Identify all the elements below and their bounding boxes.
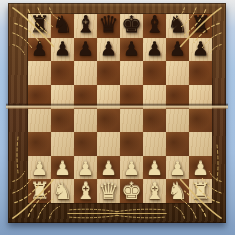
square-a7[interactable]: ♟ <box>28 38 51 62</box>
white-rook[interactable]: ♜ <box>29 180 50 203</box>
square-c6[interactable] <box>74 61 97 85</box>
square-g6[interactable] <box>166 61 189 85</box>
square-g7[interactable]: ♟ <box>166 38 189 62</box>
white-bishop[interactable]: ♝ <box>144 180 165 203</box>
square-h6[interactable] <box>189 61 212 85</box>
square-b1[interactable]: ♞ <box>51 179 74 203</box>
square-a3[interactable] <box>28 132 51 156</box>
square-h2[interactable]: ♟ <box>189 156 212 180</box>
square-g3[interactable] <box>166 132 189 156</box>
square-d4[interactable] <box>97 109 120 133</box>
black-pawn[interactable]: ♟ <box>192 39 209 58</box>
square-f2[interactable]: ♟ <box>143 156 166 180</box>
white-knight[interactable]: ♞ <box>167 180 188 203</box>
white-queen[interactable]: ♛ <box>98 180 119 203</box>
square-d1[interactable]: ♛ <box>97 179 120 203</box>
white-bishop[interactable]: ♝ <box>75 180 96 203</box>
square-h4[interactable] <box>189 109 212 133</box>
square-e8[interactable]: ♚ <box>120 14 143 38</box>
square-b6[interactable] <box>51 61 74 85</box>
white-rook[interactable]: ♜ <box>190 180 211 203</box>
square-e6[interactable] <box>120 61 143 85</box>
square-g2[interactable]: ♟ <box>166 156 189 180</box>
square-c2[interactable]: ♟ <box>74 156 97 180</box>
photo-scene: ♜♞♝♛♚♝♞♜♟♟♟♟♟♟♟♟♟♟♟♟♟♟♟♟♜♞♝♛♚♝♞♜ <box>0 0 235 235</box>
square-b7[interactable]: ♟ <box>51 38 74 62</box>
square-g8[interactable]: ♞ <box>166 14 189 38</box>
black-bishop[interactable]: ♝ <box>144 13 165 36</box>
chess-board: ♜♞♝♛♚♝♞♜♟♟♟♟♟♟♟♟♟♟♟♟♟♟♟♟♜♞♝♛♚♝♞♜ <box>8 3 226 223</box>
square-h3[interactable] <box>189 132 212 156</box>
black-pawn[interactable]: ♟ <box>169 39 186 58</box>
square-d2[interactable]: ♟ <box>97 156 120 180</box>
square-f6[interactable] <box>143 61 166 85</box>
white-pawn[interactable]: ♟ <box>192 159 209 178</box>
fold-hinge-seam <box>6 103 228 109</box>
square-c1[interactable]: ♝ <box>74 179 97 203</box>
white-pawn[interactable]: ♟ <box>31 159 48 178</box>
square-c4[interactable] <box>74 109 97 133</box>
square-e4[interactable] <box>120 109 143 133</box>
black-rook[interactable]: ♜ <box>29 13 50 36</box>
square-b3[interactable] <box>51 132 74 156</box>
square-e1[interactable]: ♚ <box>120 179 143 203</box>
black-queen[interactable]: ♛ <box>98 13 119 36</box>
black-pawn[interactable]: ♟ <box>31 39 48 58</box>
white-pawn[interactable]: ♟ <box>123 159 140 178</box>
square-e2[interactable]: ♟ <box>120 156 143 180</box>
square-a8[interactable]: ♜ <box>28 14 51 38</box>
square-d7[interactable]: ♟ <box>97 38 120 62</box>
square-f1[interactable]: ♝ <box>143 179 166 203</box>
square-b2[interactable]: ♟ <box>51 156 74 180</box>
white-pawn[interactable]: ♟ <box>169 159 186 178</box>
black-pawn[interactable]: ♟ <box>100 39 117 58</box>
black-rook[interactable]: ♜ <box>190 13 211 36</box>
square-f8[interactable]: ♝ <box>143 14 166 38</box>
white-knight[interactable]: ♞ <box>52 180 73 203</box>
square-h8[interactable]: ♜ <box>189 14 212 38</box>
white-pawn[interactable]: ♟ <box>54 159 71 178</box>
square-b4[interactable] <box>51 109 74 133</box>
square-c8[interactable]: ♝ <box>74 14 97 38</box>
square-h7[interactable]: ♟ <box>189 38 212 62</box>
square-e3[interactable] <box>120 132 143 156</box>
white-pawn[interactable]: ♟ <box>100 159 117 178</box>
square-d6[interactable] <box>97 61 120 85</box>
white-pawn[interactable]: ♟ <box>146 159 163 178</box>
black-pawn[interactable]: ♟ <box>54 39 71 58</box>
square-a4[interactable] <box>28 109 51 133</box>
black-pawn[interactable]: ♟ <box>123 39 140 58</box>
square-h1[interactable]: ♜ <box>189 179 212 203</box>
black-knight[interactable]: ♞ <box>52 13 73 36</box>
black-bishop[interactable]: ♝ <box>75 13 96 36</box>
square-a1[interactable]: ♜ <box>28 179 51 203</box>
side-carving-right <box>211 143 223 183</box>
square-f4[interactable] <box>143 109 166 133</box>
square-a6[interactable] <box>28 61 51 85</box>
square-f7[interactable]: ♟ <box>143 38 166 62</box>
bottom-border-carving-left <box>66 207 121 220</box>
square-f3[interactable] <box>143 132 166 156</box>
square-d3[interactable] <box>97 132 120 156</box>
square-d8[interactable]: ♛ <box>97 14 120 38</box>
black-pawn[interactable]: ♟ <box>146 39 163 58</box>
square-a2[interactable]: ♟ <box>28 156 51 180</box>
square-g4[interactable] <box>166 109 189 133</box>
square-b8[interactable]: ♞ <box>51 14 74 38</box>
black-king[interactable]: ♚ <box>121 13 142 36</box>
black-pawn[interactable]: ♟ <box>77 39 94 58</box>
black-knight[interactable]: ♞ <box>167 13 188 36</box>
bottom-border-carving-right <box>113 207 168 220</box>
side-carving-left <box>12 135 24 175</box>
square-c7[interactable]: ♟ <box>74 38 97 62</box>
square-c3[interactable] <box>74 132 97 156</box>
white-king[interactable]: ♚ <box>121 180 142 203</box>
white-pawn[interactable]: ♟ <box>77 159 94 178</box>
square-e7[interactable]: ♟ <box>120 38 143 62</box>
square-g1[interactable]: ♞ <box>166 179 189 203</box>
